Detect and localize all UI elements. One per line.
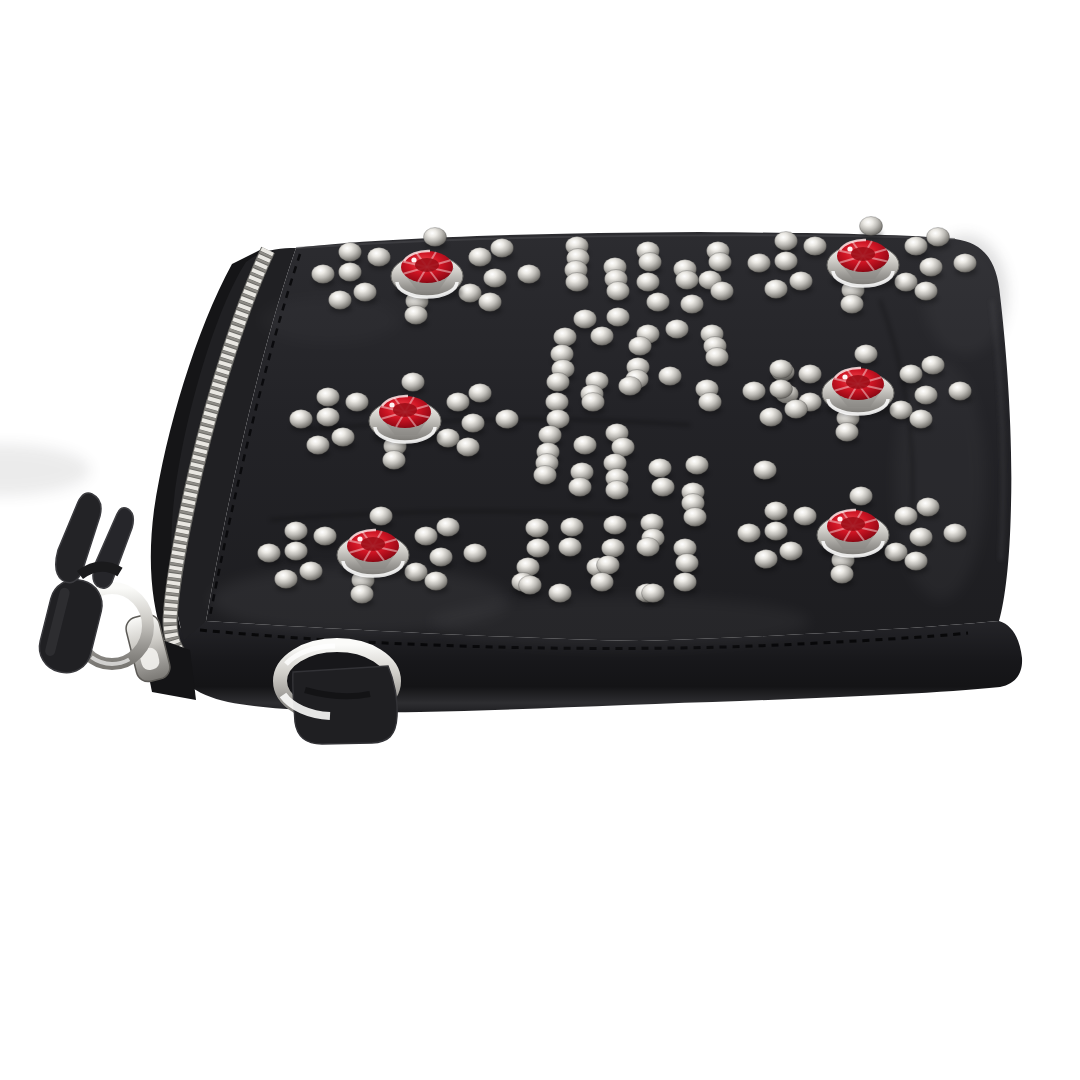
silver-stud [554, 328, 577, 347]
silver-stud [464, 544, 487, 563]
silver-stud [339, 243, 362, 262]
silver-stud [561, 518, 584, 537]
silver-stud [860, 217, 883, 236]
silver-stud [666, 320, 689, 339]
silver-stud [676, 554, 699, 573]
silver-stud [629, 337, 652, 356]
silver-stud [765, 522, 788, 541]
silver-stud [785, 400, 808, 419]
silver-stud [604, 516, 627, 535]
silver-stud [642, 584, 665, 603]
silver-stud [681, 295, 704, 314]
silver-stud [402, 373, 425, 392]
silver-stud [447, 393, 470, 412]
silver-stud [905, 552, 928, 571]
silver-stud [597, 556, 620, 575]
silver-stud [574, 310, 597, 329]
silver-stud [686, 456, 709, 475]
silver-stud [424, 228, 447, 247]
silver-stud [479, 293, 502, 312]
silver-stud [900, 365, 923, 384]
silver-stud [637, 273, 660, 292]
silver-stud [910, 410, 933, 429]
silver-stud [607, 282, 630, 301]
silver-stud [674, 573, 697, 592]
silver-stud [547, 373, 570, 392]
zipper-pull [34, 493, 172, 684]
silver-stud [790, 272, 813, 291]
silver-stud [606, 481, 629, 500]
silver-stud [780, 542, 803, 561]
silver-stud [954, 254, 977, 273]
silver-stud [469, 248, 492, 267]
silver-stud [711, 282, 734, 301]
silver-stud [895, 507, 918, 526]
silver-stud [619, 377, 642, 396]
silver-stud [496, 410, 519, 429]
silver-stud [770, 360, 793, 379]
silver-stud [709, 253, 732, 272]
product-photo-stage: Black leather L-shaped zip wallet decora… [0, 0, 1080, 1080]
silver-stud [566, 273, 589, 292]
silver-stud [491, 239, 514, 258]
silver-stud [775, 232, 798, 251]
silver-stud [659, 367, 682, 386]
silver-stud [549, 584, 572, 603]
silver-stud [748, 254, 771, 273]
silver-stud [469, 384, 492, 403]
silver-stud [607, 308, 630, 327]
silver-stud [647, 293, 670, 312]
silver-stud [430, 548, 453, 567]
o-ring-and-loop [280, 645, 397, 744]
silver-stud [569, 478, 592, 497]
silver-stud [332, 428, 355, 447]
silver-stud [684, 508, 707, 527]
silver-stud [591, 573, 614, 592]
silver-stud [290, 410, 313, 429]
silver-stud [457, 438, 480, 457]
silver-stud [760, 408, 783, 427]
silver-stud [804, 237, 827, 256]
silver-stud [922, 356, 945, 375]
silver-stud [339, 263, 362, 282]
silver-stud [300, 562, 323, 581]
silver-stud [518, 265, 541, 284]
silver-stud [351, 585, 374, 604]
silver-stud [765, 502, 788, 521]
silver-stud [699, 393, 722, 412]
silver-stud [519, 576, 542, 595]
silver-stud [905, 237, 928, 256]
silver-stud [743, 382, 766, 401]
silver-stud [949, 382, 972, 401]
silver-stud [527, 539, 550, 558]
silver-stud [637, 538, 660, 557]
silver-stud [831, 565, 854, 584]
silver-stud [652, 478, 675, 497]
silver-stud [927, 228, 950, 247]
silver-stud [405, 306, 428, 325]
leather-loop [293, 666, 397, 744]
silver-stud [317, 408, 340, 427]
silver-stud [915, 386, 938, 405]
silver-stud [415, 527, 438, 546]
silver-stud [484, 269, 507, 288]
silver-stud [639, 253, 662, 272]
silver-stud [754, 461, 777, 480]
silver-stud [915, 282, 938, 301]
silver-stud [910, 528, 933, 547]
silver-stud [329, 291, 352, 310]
silver-stud [370, 507, 393, 526]
silver-stud [559, 538, 582, 557]
silver-stud [755, 550, 778, 569]
silver-stud [920, 258, 943, 277]
silver-stud [437, 518, 460, 537]
silver-stud [770, 380, 793, 399]
silver-stud [944, 524, 967, 543]
silver-stud [368, 248, 391, 267]
silver-stud [602, 539, 625, 558]
silver-stud [676, 271, 699, 290]
silver-stud [307, 436, 330, 455]
silver-stud [582, 393, 605, 412]
silver-stud [317, 388, 340, 407]
silver-stud [836, 423, 859, 442]
silver-stud [591, 327, 614, 346]
silver-stud [765, 280, 788, 299]
silver-stud [346, 393, 369, 412]
silver-stud [285, 522, 308, 541]
silver-stud [850, 487, 873, 506]
silver-stud [314, 527, 337, 546]
silver-stud [383, 451, 406, 470]
silver-stud [574, 436, 597, 455]
silver-stud [738, 524, 761, 543]
silver-stud [534, 466, 557, 485]
silver-stud [539, 426, 562, 445]
silver-stud [258, 544, 281, 563]
silver-stud [649, 459, 672, 478]
silver-stud [706, 348, 729, 367]
silver-stud [546, 393, 569, 412]
silver-stud [841, 295, 864, 314]
silver-stud [354, 283, 377, 302]
silver-stud [917, 498, 940, 517]
wallet-product-photo [0, 0, 1080, 1080]
silver-stud [794, 507, 817, 526]
silver-stud [799, 365, 822, 384]
silver-stud [425, 572, 448, 591]
silver-stud [285, 542, 308, 561]
silver-stud [312, 265, 335, 284]
silver-stud [462, 414, 485, 433]
silver-stud [855, 345, 878, 364]
silver-stud [775, 252, 798, 271]
silver-stud [526, 519, 549, 538]
silver-stud [275, 570, 298, 589]
